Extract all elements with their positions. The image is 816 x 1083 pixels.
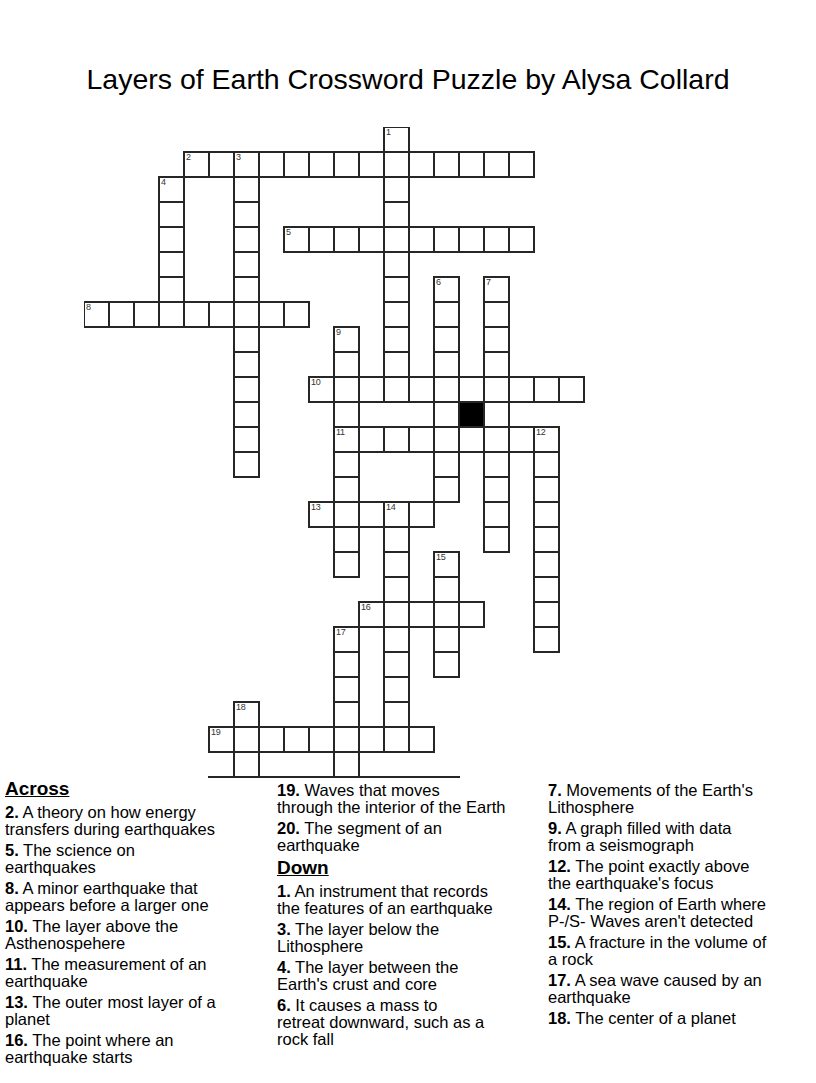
clue-number: 6. [277, 996, 291, 1014]
clues-column-left: Across2. A theory on how energy transfer… [5, 779, 269, 1070]
crossword-cell[interactable]: 17 [334, 627, 359, 652]
crossword-cell[interactable] [234, 302, 259, 327]
crossword-cell[interactable] [209, 302, 234, 327]
crossword-cell[interactable] [234, 327, 259, 352]
crossword-cell[interactable] [384, 577, 409, 602]
clue-number: 20. [277, 819, 300, 837]
across-heading: Across [5, 779, 269, 799]
crossword-cell[interactable] [559, 377, 584, 402]
clue-number: 9. [548, 819, 562, 837]
crossword-cell[interactable]: 2 [184, 152, 209, 177]
crossword-cell[interactable] [234, 202, 259, 227]
clue-text: A fracture in the volume of a rock [548, 933, 766, 968]
black-cell [459, 402, 484, 427]
crossword-cell[interactable] [334, 452, 359, 477]
down-heading: Down [277, 858, 541, 878]
clue-18: 18. The center of a planet [548, 1010, 814, 1027]
clue-1: 1. An instrument that records the featur… [277, 883, 541, 917]
clue-17: 17. A sea wave caused by an earthquake [548, 972, 814, 1006]
crossword-cell[interactable] [334, 677, 359, 702]
crossword-cell[interactable] [484, 427, 509, 452]
crossword-cell[interactable] [434, 652, 459, 677]
clue-number: 18. [548, 1009, 571, 1027]
clue-text: The point exactly above the earthquake's… [548, 857, 750, 892]
crossword-cell[interactable] [284, 727, 309, 752]
crossword-cell[interactable] [334, 527, 359, 552]
clues-column-right: 7. Movements of the Earth's Lithosphere9… [548, 782, 814, 1031]
crossword-cell[interactable] [334, 652, 359, 677]
crossword-cell[interactable] [534, 502, 559, 527]
cell-number: 5 [286, 228, 291, 237]
clue-3: 3. The layer below the Lithosphere [277, 921, 541, 955]
crossword-cell[interactable] [259, 302, 284, 327]
crossword-cell[interactable] [409, 227, 434, 252]
clue-number: 3. [277, 920, 291, 938]
clue-number: 4. [277, 958, 291, 976]
crossword-cell[interactable] [484, 302, 509, 327]
cell-number: 7 [486, 278, 491, 287]
cell-number: 12 [536, 428, 545, 437]
clue-number: 10. [5, 917, 28, 935]
crossword-cell[interactable] [134, 302, 159, 327]
crossword-cell[interactable] [409, 502, 434, 527]
crossword-cell[interactable]: 11 [334, 427, 359, 452]
crossword-cell[interactable] [384, 252, 409, 277]
crossword-cell[interactable]: 14 [384, 502, 409, 527]
crossword-cell[interactable] [159, 277, 184, 302]
crossword-cell[interactable] [434, 227, 459, 252]
crossword-cell[interactable] [234, 402, 259, 427]
crossword-cell[interactable] [309, 227, 334, 252]
cell-number: 8 [86, 303, 91, 312]
clue-text: The point where an earthquake starts [5, 1031, 174, 1066]
crossword-cell[interactable] [384, 227, 409, 252]
crossword-cell[interactable] [334, 752, 359, 777]
crossword-cell[interactable] [484, 377, 509, 402]
cell-number: 2 [186, 153, 191, 162]
crossword-cell[interactable] [384, 302, 409, 327]
crossword-cell[interactable] [334, 402, 359, 427]
clue-7: 7. Movements of the Earth's Lithosphere [548, 782, 814, 816]
crossword-cell[interactable] [434, 452, 459, 477]
cell-number: 4 [161, 178, 166, 187]
clue-text: The center of a planet [575, 1009, 736, 1027]
crossword-cell[interactable] [359, 727, 384, 752]
clue-text: The measurement of an earthquake [5, 955, 207, 990]
clue-text: A minor earthquake that appears before a… [5, 879, 209, 914]
clue-text: The layer below the Lithosphere [277, 920, 439, 955]
crossword-cell[interactable] [434, 627, 459, 652]
cell-number: 14 [386, 503, 395, 512]
crossword-cell[interactable] [484, 502, 509, 527]
crossword-cell[interactable] [484, 152, 509, 177]
crossword-cell[interactable] [234, 752, 259, 777]
crossword-cell[interactable] [234, 452, 259, 477]
clue-number: 12. [548, 857, 571, 875]
crossword-cell[interactable] [284, 302, 309, 327]
crossword-cell[interactable] [384, 377, 409, 402]
crossword-cell[interactable]: 13 [309, 502, 334, 527]
clue-10: 10. The layer above the Asthenospehere [5, 918, 269, 952]
crossword-cell[interactable] [459, 377, 484, 402]
crossword-cell[interactable] [334, 552, 359, 577]
clue-15: 15. A fracture in the volume of a rock [548, 934, 814, 968]
crossword-cell[interactable] [409, 602, 434, 627]
clue-text: Waves that moves through the interior of… [277, 781, 505, 816]
crossword-cell[interactable] [159, 227, 184, 252]
crossword-cell[interactable] [309, 777, 334, 778]
crossword-cell[interactable] [534, 602, 559, 627]
crossword-cell[interactable]: 3 [234, 152, 259, 177]
crossword-cell[interactable] [484, 402, 509, 427]
crossword-cell[interactable]: 18 [234, 702, 259, 727]
crossword-cell[interactable] [384, 427, 409, 452]
clue-text: It causes a mass to retreat downward, su… [277, 996, 484, 1048]
crossword-cell[interactable] [359, 502, 384, 527]
crossword-cell[interactable] [384, 602, 409, 627]
clue-number: 16. [5, 1031, 28, 1049]
crossword-cell[interactable] [434, 602, 459, 627]
crossword-cell[interactable] [534, 577, 559, 602]
crossword-cell[interactable] [459, 427, 484, 452]
clue-9: 9. A graph filled with data from a seism… [548, 820, 814, 854]
crossword-cell[interactable] [234, 277, 259, 302]
clue-4: 4. The layer between the Earth's crust a… [277, 959, 541, 993]
crossword-cell[interactable]: 6 [434, 277, 459, 302]
clue-number: 11. [5, 955, 27, 973]
clue-14: 14. The region of Earth where P-/S- Wave… [548, 896, 814, 930]
crossword-cell[interactable] [434, 302, 459, 327]
crossword-cell[interactable] [534, 527, 559, 552]
crossword-cell[interactable] [159, 252, 184, 277]
clue-text: The region of Earth where P-/S- Waves ar… [548, 895, 766, 930]
clue-5: 5. The science on earthquakes [5, 842, 269, 876]
crossword-cell[interactable] [234, 252, 259, 277]
crossword-cell[interactable]: 12 [534, 427, 559, 452]
crossword-cell[interactable] [434, 777, 459, 778]
crossword-cell[interactable] [234, 427, 259, 452]
clue-number: 1. [277, 882, 291, 900]
crossword-cell[interactable] [209, 152, 234, 177]
crossword-cell[interactable] [484, 477, 509, 502]
crossword-cell[interactable] [434, 352, 459, 377]
clue-number: 2. [5, 803, 19, 821]
crossword-cell[interactable] [259, 152, 284, 177]
crossword-cell[interactable] [109, 302, 134, 327]
crossword-cell[interactable] [434, 152, 459, 177]
crossword-cell[interactable] [534, 627, 559, 652]
cell-number: 10 [311, 378, 320, 387]
crossword-cell[interactable] [409, 377, 434, 402]
crossword-cell[interactable] [359, 427, 384, 452]
clue-number: 13. [5, 993, 28, 1011]
crossword-cell[interactable] [384, 277, 409, 302]
clue-text: The science on earthquakes [5, 841, 135, 876]
crossword-cell[interactable] [334, 502, 359, 527]
clue-text: The layer between the Earth's crust and … [277, 958, 458, 993]
clue-text: A sea wave caused by an earthquake [548, 971, 762, 1006]
clue-number: 19. [277, 781, 300, 799]
crossword-cell[interactable] [359, 152, 384, 177]
crossword-cell[interactable] [484, 327, 509, 352]
crossword-grid: 12345678910111213141516171819 [84, 127, 586, 778]
crossword-cell[interactable] [359, 377, 384, 402]
cell-number: 15 [436, 553, 445, 562]
clue-text: Movements of the Earth's Lithosphere [548, 781, 753, 816]
cell-number: 6 [436, 278, 441, 287]
crossword-cell[interactable] [384, 702, 409, 727]
crossword-cell[interactable] [159, 202, 184, 227]
crossword-cell[interactable]: 1 [384, 127, 409, 152]
crossword-cell[interactable] [159, 302, 184, 327]
clue-number: 7. [548, 781, 562, 799]
crossword-cell[interactable]: 15 [434, 552, 459, 577]
clue-text: The segment of an earthquake [277, 819, 442, 854]
crossword-cell[interactable] [509, 427, 534, 452]
crossword-cell[interactable]: 10 [309, 377, 334, 402]
clue-number: 14. [548, 895, 571, 913]
cell-number: 1 [386, 128, 391, 137]
crossword-cell[interactable] [259, 777, 284, 778]
crossword-cell[interactable] [334, 352, 359, 377]
crossword-cell[interactable] [409, 727, 434, 752]
cell-number: 16 [361, 603, 370, 612]
crossword-cell[interactable] [209, 777, 234, 778]
crossword-cell[interactable] [359, 777, 384, 778]
crossword-cell[interactable] [484, 227, 509, 252]
crossword-cell[interactable] [234, 227, 259, 252]
crossword-cell[interactable] [434, 377, 459, 402]
clue-number: 15. [548, 933, 571, 951]
crossword-cell[interactable] [309, 727, 334, 752]
crossword-cell[interactable]: 9 [334, 327, 359, 352]
crossword-cell[interactable] [459, 227, 484, 252]
crossword-cell[interactable] [434, 427, 459, 452]
crossword-cell[interactable] [484, 452, 509, 477]
crossword-cell[interactable] [384, 652, 409, 677]
crossword-cell[interactable] [384, 177, 409, 202]
clue-20: 20. The segment of an earthquake [277, 820, 541, 854]
crossword-cell[interactable] [484, 527, 509, 552]
cell-number: 11 [336, 428, 345, 437]
clue-16: 16. The point where an earthquake starts [5, 1032, 269, 1066]
crossword-cell[interactable] [434, 577, 459, 602]
crossword-cell[interactable] [384, 552, 409, 577]
crossword-cell[interactable] [384, 777, 409, 778]
clue-text: A theory on how energy transfers during … [5, 803, 215, 838]
clue-number: 8. [5, 879, 19, 897]
crossword-cell[interactable] [384, 627, 409, 652]
crossword-cell[interactable] [509, 152, 534, 177]
crossword-cell[interactable] [409, 152, 434, 177]
crossword-cell[interactable]: 16 [359, 602, 384, 627]
crossword-cell[interactable] [334, 777, 359, 778]
cell-number: 19 [211, 728, 220, 737]
crossword-cell[interactable] [434, 477, 459, 502]
crossword-cell[interactable] [334, 152, 359, 177]
crossword-cell[interactable] [334, 227, 359, 252]
crossword-cell[interactable] [334, 702, 359, 727]
clue-8: 8. A minor earthquake that appears befor… [5, 880, 269, 914]
crossword-cell[interactable] [534, 452, 559, 477]
crossword-cell[interactable]: 19 [209, 727, 234, 752]
crossword-cell[interactable] [384, 677, 409, 702]
clue-text: An instrument that records the features … [277, 882, 493, 917]
crossword-cell[interactable] [359, 227, 384, 252]
crossword-cell[interactable] [234, 727, 259, 752]
crossword-cell[interactable] [409, 777, 434, 778]
crossword-cell[interactable]: 4 [159, 177, 184, 202]
crossword-cell[interactable] [534, 477, 559, 502]
crossword-cell[interactable]: 8 [84, 302, 109, 327]
clue-text: The layer above the Asthenospehere [5, 917, 178, 952]
crossword-cell[interactable]: 5 [284, 227, 309, 252]
cell-number: 17 [336, 628, 345, 637]
crossword-cell[interactable] [384, 527, 409, 552]
crossword-cell[interactable] [184, 302, 209, 327]
crossword-cell[interactable] [509, 377, 534, 402]
crossword-cell[interactable] [234, 352, 259, 377]
crossword-cell[interactable] [234, 177, 259, 202]
cell-number: 13 [311, 503, 320, 512]
crossword-cell[interactable] [409, 427, 434, 452]
crossword-cell[interactable] [534, 552, 559, 577]
clue-13: 13. The outer most layer of a planet [5, 994, 269, 1028]
crossword-cell[interactable] [434, 402, 459, 427]
crossword-cell[interactable] [309, 152, 334, 177]
clue-text: A graph filled with data from a seismogr… [548, 819, 731, 854]
crossword-cell[interactable] [509, 227, 534, 252]
page: { "title": "Layers of Earth Crossword Pu… [0, 0, 816, 1083]
crossword-cell[interactable] [259, 727, 284, 752]
clue-number: 5. [5, 841, 19, 859]
puzzle-title: Layers of Earth Crossword Puzzle by Alys… [0, 63, 816, 96]
crossword-cell[interactable] [434, 327, 459, 352]
cell-number: 18 [236, 703, 245, 712]
clue-2: 2. A theory on how energy transfers duri… [5, 804, 269, 838]
cell-number: 9 [336, 328, 341, 337]
clue-number: 17. [548, 971, 571, 989]
clue-6: 6. It causes a mass to retreat downward,… [277, 997, 541, 1048]
crossword-cell[interactable] [234, 377, 259, 402]
crossword-cell[interactable] [484, 352, 509, 377]
clue-19: 19. Waves that moves through the interio… [277, 782, 541, 816]
crossword-cell[interactable] [384, 327, 409, 352]
clue-text: The outer most layer of a planet [5, 993, 216, 1028]
crossword-cell[interactable] [284, 777, 309, 778]
crossword-cell[interactable] [334, 377, 359, 402]
crossword-cell[interactable] [384, 727, 409, 752]
clue-11: 11. The measurement of an earthquake [5, 956, 269, 990]
crossword-cell[interactable] [334, 477, 359, 502]
cell-number: 3 [236, 153, 241, 162]
crossword-cell[interactable] [334, 727, 359, 752]
crossword-cell[interactable] [384, 202, 409, 227]
crossword-cell[interactable] [384, 352, 409, 377]
clue-12: 12. The point exactly above the earthqua… [548, 858, 814, 892]
crossword-cell[interactable] [384, 152, 409, 177]
crossword-cell[interactable] [534, 377, 559, 402]
crossword-cell[interactable] [459, 152, 484, 177]
crossword-cell[interactable]: 7 [484, 277, 509, 302]
clues-column-middle: 19. Waves that moves through the interio… [277, 782, 541, 1052]
crossword-cell[interactable] [284, 152, 309, 177]
crossword-cell[interactable] [459, 602, 484, 627]
crossword-cell[interactable] [234, 777, 259, 778]
